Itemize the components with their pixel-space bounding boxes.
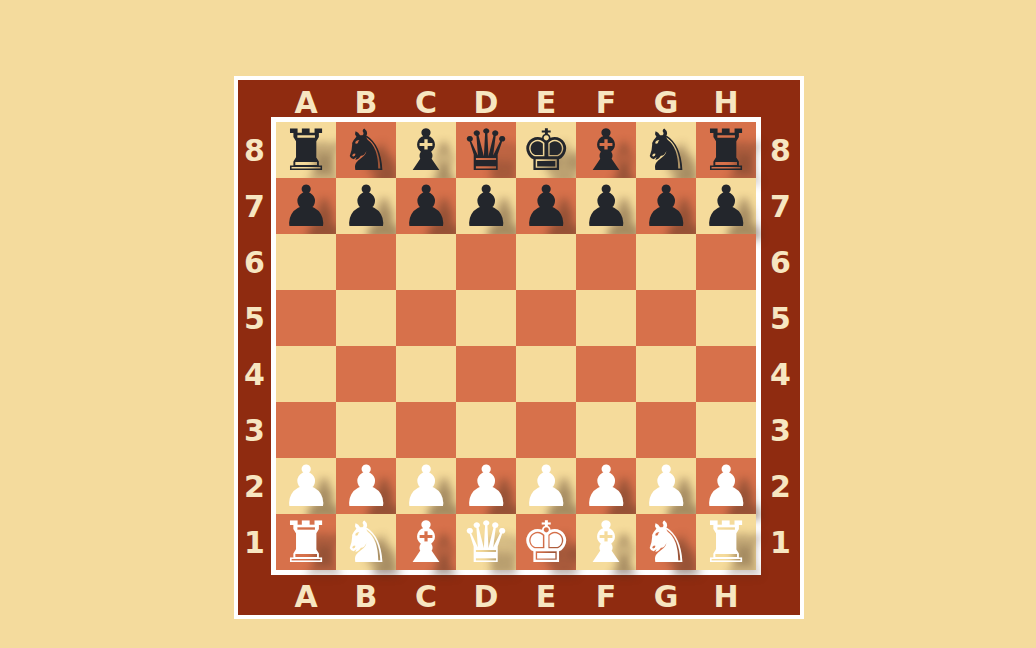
piece-black-pawn: ♟ bbox=[640, 178, 691, 234]
piece-white-king: ♚ bbox=[520, 514, 571, 570]
rank-label-4: 4 bbox=[761, 346, 800, 402]
piece-black-pawn: ♟ bbox=[340, 178, 391, 234]
file-label-a: A bbox=[276, 85, 336, 120]
piece-white-bishop: ♝ bbox=[400, 514, 451, 570]
square-b7[interactable]: ♟ bbox=[336, 178, 396, 234]
piece-white-pawn: ♟ bbox=[640, 458, 691, 514]
rank-labels-right: 87654321 bbox=[761, 122, 800, 570]
square-b6[interactable] bbox=[336, 234, 396, 290]
square-h5[interactable] bbox=[696, 290, 756, 346]
rank-label-2: 2 bbox=[238, 458, 271, 514]
rank-label-1: 1 bbox=[761, 514, 800, 570]
piece-black-pawn: ♟ bbox=[520, 178, 571, 234]
piece-white-pawn: ♟ bbox=[580, 458, 631, 514]
rank-label-8: 8 bbox=[761, 122, 800, 178]
square-e2[interactable]: ♟ bbox=[516, 458, 576, 514]
chess-board: ABCDEFGH ABCDEFGH 87654321 87654321 ♜♞♝♛… bbox=[234, 76, 804, 619]
square-h8[interactable]: ♜ bbox=[696, 122, 756, 178]
square-h7[interactable]: ♟ bbox=[696, 178, 756, 234]
square-d1[interactable]: ♛ bbox=[456, 514, 516, 570]
square-f6[interactable] bbox=[576, 234, 636, 290]
file-label-c: C bbox=[396, 85, 456, 120]
piece-white-knight: ♞ bbox=[640, 514, 691, 570]
rank-label-2: 2 bbox=[761, 458, 800, 514]
square-b5[interactable] bbox=[336, 290, 396, 346]
file-label-e: E bbox=[516, 85, 576, 120]
file-label-a: A bbox=[276, 577, 336, 615]
square-a3[interactable] bbox=[276, 402, 336, 458]
square-b2[interactable]: ♟ bbox=[336, 458, 396, 514]
rank-label-6: 6 bbox=[761, 234, 800, 290]
square-a4[interactable] bbox=[276, 346, 336, 402]
rank-label-6: 6 bbox=[238, 234, 271, 290]
square-c6[interactable] bbox=[396, 234, 456, 290]
piece-black-bishop: ♝ bbox=[580, 122, 631, 178]
square-h3[interactable] bbox=[696, 402, 756, 458]
square-f2[interactable]: ♟ bbox=[576, 458, 636, 514]
square-g7[interactable]: ♟ bbox=[636, 178, 696, 234]
square-g4[interactable] bbox=[636, 346, 696, 402]
square-c3[interactable] bbox=[396, 402, 456, 458]
square-g8[interactable]: ♞ bbox=[636, 122, 696, 178]
square-f4[interactable] bbox=[576, 346, 636, 402]
piece-white-rook: ♜ bbox=[700, 514, 751, 570]
square-c5[interactable] bbox=[396, 290, 456, 346]
square-e8[interactable]: ♚ bbox=[516, 122, 576, 178]
square-b8[interactable]: ♞ bbox=[336, 122, 396, 178]
piece-black-pawn: ♟ bbox=[460, 178, 511, 234]
rank-label-5: 5 bbox=[761, 290, 800, 346]
square-c1[interactable]: ♝ bbox=[396, 514, 456, 570]
piece-white-knight: ♞ bbox=[340, 514, 391, 570]
square-h4[interactable] bbox=[696, 346, 756, 402]
square-e5[interactable] bbox=[516, 290, 576, 346]
piece-white-pawn: ♟ bbox=[280, 458, 331, 514]
square-f5[interactable] bbox=[576, 290, 636, 346]
square-d6[interactable] bbox=[456, 234, 516, 290]
file-label-b: B bbox=[336, 85, 396, 120]
rank-label-5: 5 bbox=[238, 290, 271, 346]
file-label-e: E bbox=[516, 577, 576, 615]
file-label-h: H bbox=[696, 85, 756, 120]
square-a8[interactable]: ♜ bbox=[276, 122, 336, 178]
rank-label-3: 3 bbox=[761, 402, 800, 458]
square-g6[interactable] bbox=[636, 234, 696, 290]
square-a1[interactable]: ♜ bbox=[276, 514, 336, 570]
piece-white-rook: ♜ bbox=[280, 514, 331, 570]
square-f8[interactable]: ♝ bbox=[576, 122, 636, 178]
file-label-f: F bbox=[576, 577, 636, 615]
square-g1[interactable]: ♞ bbox=[636, 514, 696, 570]
square-a7[interactable]: ♟ bbox=[276, 178, 336, 234]
file-label-g: G bbox=[636, 85, 696, 120]
square-f1[interactable]: ♝ bbox=[576, 514, 636, 570]
rank-label-4: 4 bbox=[238, 346, 271, 402]
square-f3[interactable] bbox=[576, 402, 636, 458]
square-d3[interactable] bbox=[456, 402, 516, 458]
square-g3[interactable] bbox=[636, 402, 696, 458]
piece-black-knight: ♞ bbox=[340, 122, 391, 178]
square-g2[interactable]: ♟ bbox=[636, 458, 696, 514]
square-d4[interactable] bbox=[456, 346, 516, 402]
square-d5[interactable] bbox=[456, 290, 516, 346]
square-c4[interactable] bbox=[396, 346, 456, 402]
board-grid: ♜♞♝♛♚♝♞♜♟♟♟♟♟♟♟♟♟♟♟♟♟♟♟♟♜♞♝♛♚♝♞♜ bbox=[276, 122, 756, 570]
board-inner-border: ♜♞♝♛♚♝♞♜♟♟♟♟♟♟♟♟♟♟♟♟♟♟♟♟♜♞♝♛♚♝♞♜ bbox=[271, 117, 761, 575]
square-b4[interactable] bbox=[336, 346, 396, 402]
file-label-c: C bbox=[396, 577, 456, 615]
square-a5[interactable] bbox=[276, 290, 336, 346]
file-label-g: G bbox=[636, 577, 696, 615]
square-d2[interactable]: ♟ bbox=[456, 458, 516, 514]
piece-black-pawn: ♟ bbox=[580, 178, 631, 234]
square-c2[interactable]: ♟ bbox=[396, 458, 456, 514]
square-h6[interactable] bbox=[696, 234, 756, 290]
piece-black-rook: ♜ bbox=[280, 122, 331, 178]
square-b3[interactable] bbox=[336, 402, 396, 458]
rank-label-7: 7 bbox=[238, 178, 271, 234]
square-a2[interactable]: ♟ bbox=[276, 458, 336, 514]
square-g5[interactable] bbox=[636, 290, 696, 346]
piece-black-knight: ♞ bbox=[640, 122, 691, 178]
rank-labels-left: 87654321 bbox=[238, 122, 271, 570]
piece-white-pawn: ♟ bbox=[340, 458, 391, 514]
piece-white-pawn: ♟ bbox=[700, 458, 751, 514]
piece-white-queen: ♛ bbox=[460, 514, 511, 570]
rank-label-7: 7 bbox=[761, 178, 800, 234]
square-a6[interactable] bbox=[276, 234, 336, 290]
file-labels-top: ABCDEFGH bbox=[276, 80, 756, 117]
piece-black-king: ♚ bbox=[520, 122, 571, 178]
piece-black-pawn: ♟ bbox=[700, 178, 751, 234]
square-h1[interactable]: ♜ bbox=[696, 514, 756, 570]
square-d7[interactable]: ♟ bbox=[456, 178, 516, 234]
square-c7[interactable]: ♟ bbox=[396, 178, 456, 234]
square-h2[interactable]: ♟ bbox=[696, 458, 756, 514]
file-label-d: D bbox=[456, 577, 516, 615]
rank-label-8: 8 bbox=[238, 122, 271, 178]
piece-white-pawn: ♟ bbox=[400, 458, 451, 514]
piece-black-queen: ♛ bbox=[460, 122, 511, 178]
piece-black-rook: ♜ bbox=[700, 122, 751, 178]
square-e1[interactable]: ♚ bbox=[516, 514, 576, 570]
piece-white-pawn: ♟ bbox=[520, 458, 571, 514]
piece-black-pawn: ♟ bbox=[280, 178, 331, 234]
square-f7[interactable]: ♟ bbox=[576, 178, 636, 234]
square-b1[interactable]: ♞ bbox=[336, 514, 396, 570]
square-d8[interactable]: ♛ bbox=[456, 122, 516, 178]
square-e7[interactable]: ♟ bbox=[516, 178, 576, 234]
square-e6[interactable] bbox=[516, 234, 576, 290]
rank-label-3: 3 bbox=[238, 402, 271, 458]
file-label-h: H bbox=[696, 577, 756, 615]
square-e3[interactable] bbox=[516, 402, 576, 458]
file-label-f: F bbox=[576, 85, 636, 120]
piece-white-pawn: ♟ bbox=[460, 458, 511, 514]
square-e4[interactable] bbox=[516, 346, 576, 402]
file-labels-bottom: ABCDEFGH bbox=[276, 575, 756, 615]
piece-white-bishop: ♝ bbox=[580, 514, 631, 570]
file-label-b: B bbox=[336, 577, 396, 615]
file-label-d: D bbox=[456, 85, 516, 120]
square-c8[interactable]: ♝ bbox=[396, 122, 456, 178]
rank-label-1: 1 bbox=[238, 514, 271, 570]
piece-black-pawn: ♟ bbox=[400, 178, 451, 234]
piece-black-bishop: ♝ bbox=[400, 122, 451, 178]
